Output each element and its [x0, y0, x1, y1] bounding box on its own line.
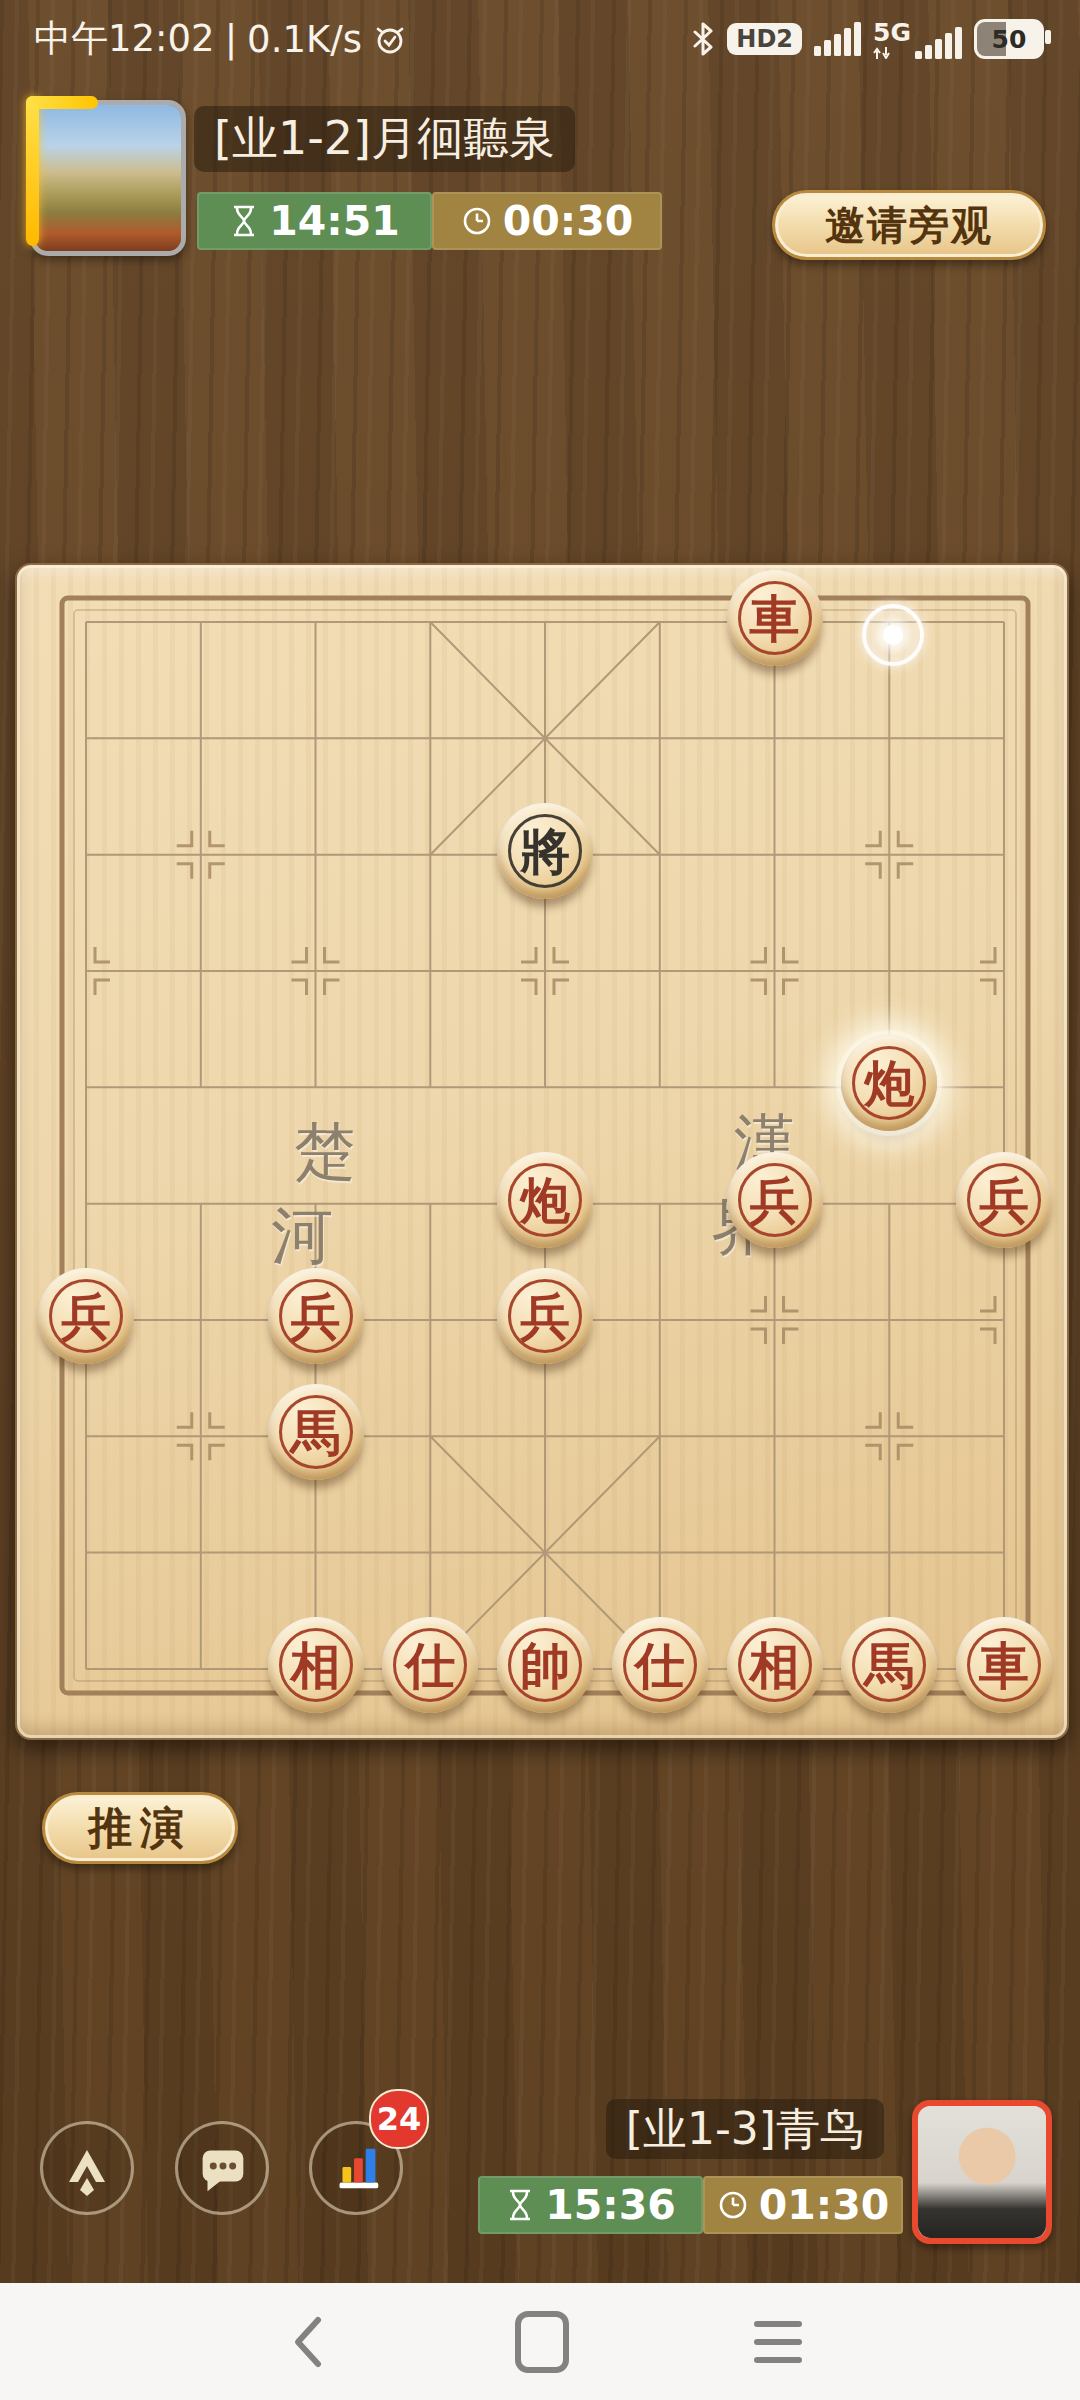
alarm-icon [372, 21, 408, 57]
battery-percent: 50 [977, 22, 1041, 56]
bar-chart-icon [325, 2137, 387, 2199]
opponent-move-timer: 00:30 [432, 192, 662, 250]
turn-highlight-left [26, 96, 39, 246]
player-move-timer: 01:30 [703, 2176, 903, 2234]
piece-red-兵[interactable]: 兵 [268, 1268, 364, 1364]
piece-red-車[interactable]: 車 [956, 1617, 1052, 1713]
bluetooth-icon [691, 22, 715, 56]
chat-bubble-icon [191, 2137, 253, 2199]
piece-black-將[interactable]: 將 [497, 803, 593, 899]
network-type-label: 5G [873, 20, 911, 45]
last-move-origin-marker [862, 604, 924, 666]
player-main-timer: 15:36 [478, 2176, 703, 2234]
chat-button[interactable] [175, 2121, 269, 2215]
piece-red-仕[interactable]: 仕 [382, 1617, 478, 1713]
app-logo-button[interactable] [40, 2121, 134, 2215]
volte-hd-badge: HD2 [727, 23, 802, 55]
turn-highlight-top [26, 96, 98, 109]
deduce-button[interactable]: 推演 [42, 1792, 238, 1864]
piece-red-相[interactable]: 相 [727, 1617, 823, 1713]
status-separator: | [225, 18, 237, 61]
hourglass-icon [229, 205, 259, 237]
signal-sim2: 5G [873, 20, 962, 59]
signal-bars-sim2-icon [915, 27, 962, 59]
nav-recents-button[interactable] [718, 2283, 838, 2400]
battery-icon: 50 [974, 19, 1044, 59]
mountain-logo-icon [55, 2136, 119, 2200]
nav-home-button[interactable] [482, 2283, 602, 2400]
hourglass-icon [505, 2189, 535, 2221]
status-bar-right: HD2 5G 50 [691, 16, 1044, 62]
piece-red-兵[interactable]: 兵 [497, 1268, 593, 1364]
android-nav-bar [0, 2283, 1080, 2400]
status-bar-left: 中午12:02 | 0.1K/s [34, 16, 408, 62]
player-avatar-photo [918, 2106, 1046, 2238]
piece-red-炮[interactable]: 炮 [497, 1152, 593, 1248]
piece-red-兵[interactable]: 兵 [38, 1268, 134, 1364]
piece-red-仕[interactable]: 仕 [612, 1617, 708, 1713]
home-square-icon [515, 2311, 569, 2373]
piece-red-兵[interactable]: 兵 [956, 1152, 1052, 1248]
clock-icon [461, 205, 493, 237]
clock-icon [717, 2189, 749, 2221]
network-speed: 0.1K/s [247, 18, 362, 61]
piece-red-相[interactable]: 相 [268, 1617, 364, 1713]
signal-bars-sim1-icon [814, 22, 861, 56]
menu-bars-icon [754, 2321, 802, 2363]
piece-red-兵[interactable]: 兵 [727, 1152, 823, 1248]
clock-time: 中午12:02 [34, 14, 215, 64]
opponent-avatar-photo [35, 105, 181, 251]
piece-red-馬[interactable]: 馬 [841, 1617, 937, 1713]
player-name: [业1-3]青鸟 [606, 2099, 884, 2159]
back-chevron-icon [288, 2314, 328, 2370]
piece-red-帥[interactable]: 帥 [497, 1617, 593, 1713]
player-avatar[interactable] [912, 2100, 1052, 2244]
data-arrows-icon [873, 47, 891, 59]
opponent-avatar[interactable] [30, 100, 186, 256]
invite-spectators-button[interactable]: 邀请旁观 [772, 190, 1046, 260]
piece-red-馬[interactable]: 馬 [268, 1384, 364, 1480]
piece-red-炮[interactable]: 炮 [841, 1035, 937, 1131]
opponent-name: [业1-2]月徊聽泉 [194, 106, 575, 172]
nav-back-button[interactable] [248, 2283, 368, 2400]
xiangqi-board[interactable]: 楚河 漢界 車將炮炮兵兵兵兵兵馬相仕帥仕相馬車 [15, 563, 1069, 1740]
opponent-main-timer: 14:51 [197, 192, 432, 250]
app-screen: 中午12:02 | 0.1K/s HD2 5G [0, 0, 1080, 2400]
river-text-left: 楚河 [205, 1110, 445, 1278]
piece-red-車[interactable]: 車 [727, 570, 823, 666]
notification-badge: 24 [369, 2089, 429, 2149]
